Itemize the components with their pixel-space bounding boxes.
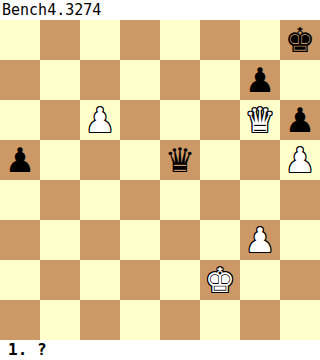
square-c7[interactable]	[80, 60, 120, 100]
square-f3[interactable]	[200, 220, 240, 260]
square-f2[interactable]: ♚	[200, 260, 240, 300]
square-a6[interactable]	[0, 100, 40, 140]
black-queen: ♛	[165, 140, 195, 180]
square-h5[interactable]: ♟	[280, 140, 320, 180]
square-f8[interactable]	[200, 20, 240, 60]
chess-board: ♚♟♟♛♟♟♛♟♟♚	[0, 20, 320, 340]
square-g7[interactable]: ♟	[240, 60, 280, 100]
black-king: ♚	[285, 20, 315, 60]
square-f5[interactable]	[200, 140, 240, 180]
square-h4[interactable]	[280, 180, 320, 220]
square-b3[interactable]	[40, 220, 80, 260]
square-f6[interactable]	[200, 100, 240, 140]
move-prompt: 1. ?	[8, 340, 47, 360]
square-e1[interactable]	[160, 300, 200, 340]
black-pawn: ♟	[285, 100, 315, 140]
square-h7[interactable]	[280, 60, 320, 100]
page-title: Bench4.3274	[2, 0, 101, 20]
square-a3[interactable]	[0, 220, 40, 260]
square-b5[interactable]	[40, 140, 80, 180]
black-pawn: ♟	[245, 60, 275, 100]
square-a8[interactable]	[0, 20, 40, 60]
square-b4[interactable]	[40, 180, 80, 220]
square-c5[interactable]	[80, 140, 120, 180]
square-d7[interactable]	[120, 60, 160, 100]
square-f7[interactable]	[200, 60, 240, 100]
square-b6[interactable]	[40, 100, 80, 140]
square-d5[interactable]	[120, 140, 160, 180]
square-h2[interactable]	[280, 260, 320, 300]
square-e7[interactable]	[160, 60, 200, 100]
white-pawn: ♟	[285, 140, 315, 180]
square-d2[interactable]	[120, 260, 160, 300]
square-a2[interactable]	[0, 260, 40, 300]
square-g3[interactable]: ♟	[240, 220, 280, 260]
square-g4[interactable]	[240, 180, 280, 220]
square-a7[interactable]	[0, 60, 40, 100]
chess-diagram-window: Bench4.3274 ♚♟♟♛♟♟♛♟♟♚ 1. ?	[0, 0, 320, 360]
white-queen: ♛	[245, 100, 275, 140]
square-a1[interactable]	[0, 300, 40, 340]
square-a4[interactable]	[0, 180, 40, 220]
square-d6[interactable]	[120, 100, 160, 140]
black-pawn: ♟	[5, 140, 35, 180]
square-f4[interactable]	[200, 180, 240, 220]
square-c2[interactable]	[80, 260, 120, 300]
square-b7[interactable]	[40, 60, 80, 100]
square-c8[interactable]	[80, 20, 120, 60]
square-e2[interactable]	[160, 260, 200, 300]
white-pawn: ♟	[85, 100, 115, 140]
square-c3[interactable]	[80, 220, 120, 260]
square-f1[interactable]	[200, 300, 240, 340]
square-e3[interactable]	[160, 220, 200, 260]
square-e4[interactable]	[160, 180, 200, 220]
square-d4[interactable]	[120, 180, 160, 220]
square-g5[interactable]	[240, 140, 280, 180]
square-c4[interactable]	[80, 180, 120, 220]
square-c1[interactable]	[80, 300, 120, 340]
square-d3[interactable]	[120, 220, 160, 260]
square-e5[interactable]: ♛	[160, 140, 200, 180]
square-h3[interactable]	[280, 220, 320, 260]
square-g8[interactable]	[240, 20, 280, 60]
white-king: ♚	[205, 260, 235, 300]
square-g2[interactable]	[240, 260, 280, 300]
square-e8[interactable]	[160, 20, 200, 60]
square-h8[interactable]: ♚	[280, 20, 320, 60]
square-b2[interactable]	[40, 260, 80, 300]
square-d1[interactable]	[120, 300, 160, 340]
square-g1[interactable]	[240, 300, 280, 340]
square-h1[interactable]	[280, 300, 320, 340]
square-b8[interactable]	[40, 20, 80, 60]
square-g6[interactable]: ♛	[240, 100, 280, 140]
square-h6[interactable]: ♟	[280, 100, 320, 140]
square-c6[interactable]: ♟	[80, 100, 120, 140]
square-d8[interactable]	[120, 20, 160, 60]
square-a5[interactable]: ♟	[0, 140, 40, 180]
square-e6[interactable]	[160, 100, 200, 140]
square-b1[interactable]	[40, 300, 80, 340]
white-pawn: ♟	[245, 220, 275, 260]
